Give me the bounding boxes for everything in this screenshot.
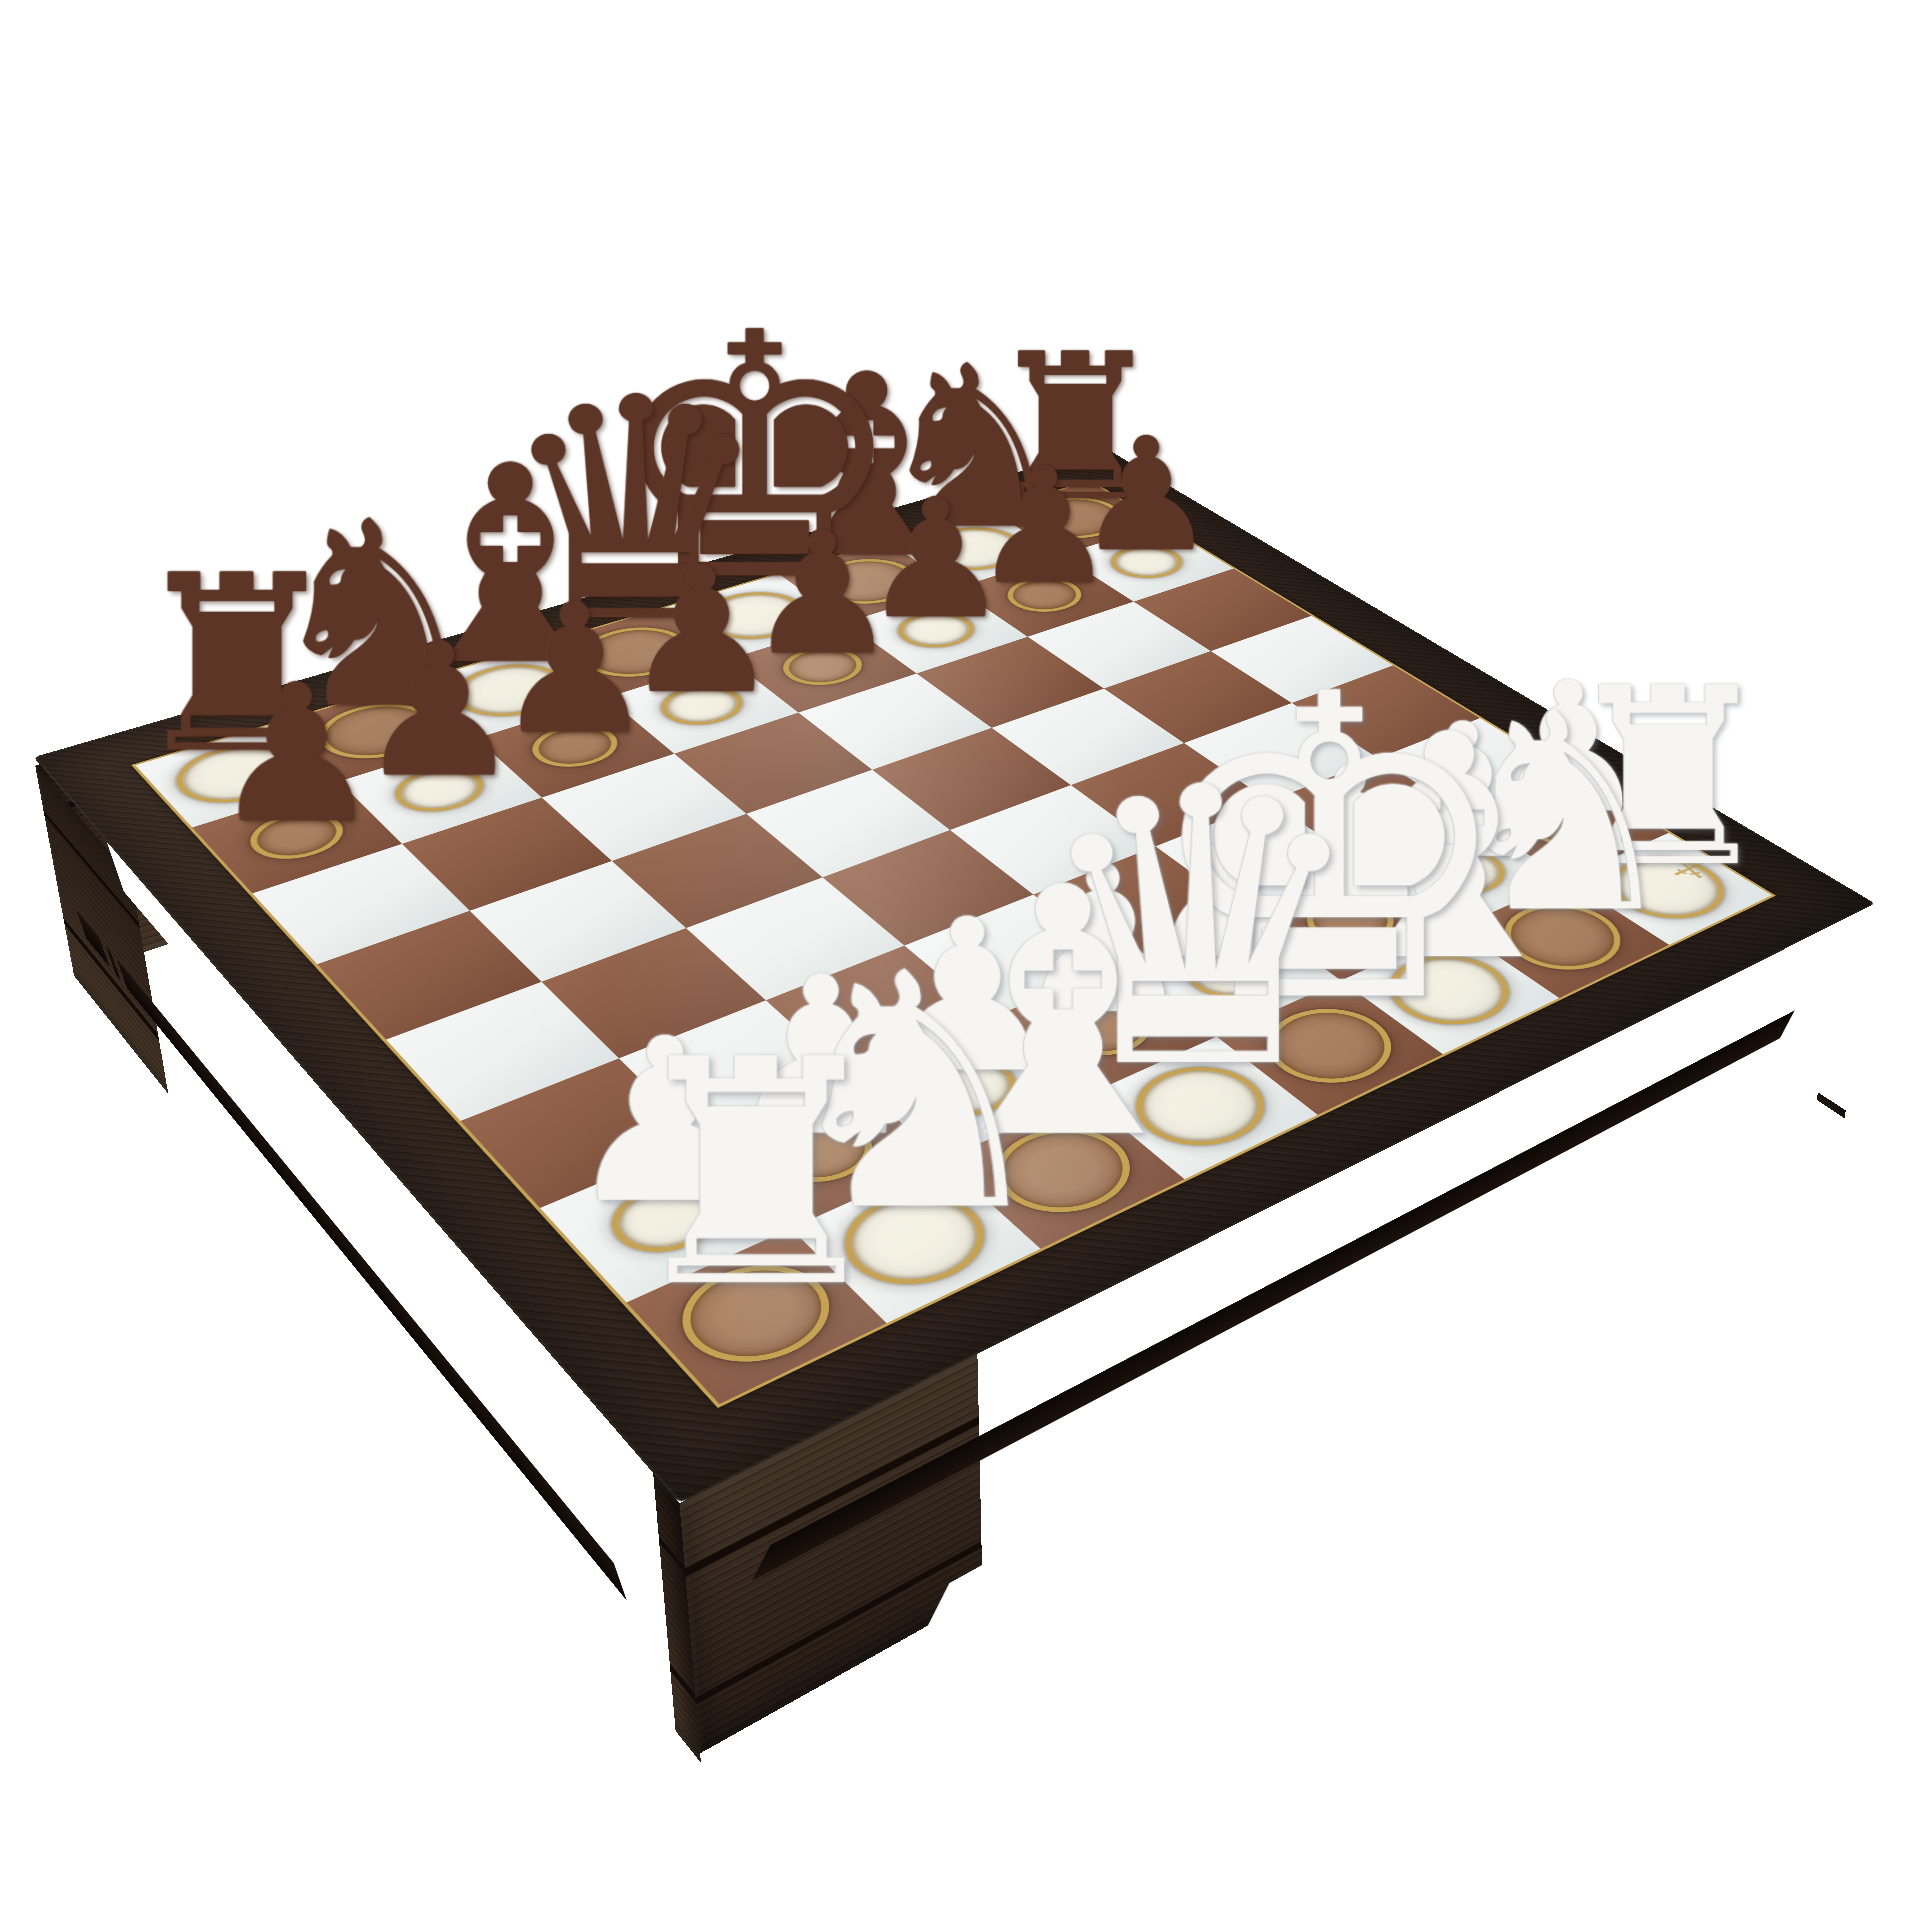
square-f1[interactable]: [1340, 928, 1559, 1054]
product-photo-scene: ♜♞♝♛♚♝♞♜♟♟♟♟♟♟♟♟♟♟♟♟♟♟♟♟♜♞♝♛♚♝♞♜⚔: [0, 0, 1920, 1920]
chess-box: ♜♞♝♛♚♝♞♜♟♟♟♟♟♟♟♟♟♟♟♟♟♟♟♟♜♞♝♛♚♝♞♜⚔: [34, 447, 1876, 1503]
board-top-frame: [34, 447, 1876, 1503]
square-g1[interactable]: [1456, 879, 1668, 998]
